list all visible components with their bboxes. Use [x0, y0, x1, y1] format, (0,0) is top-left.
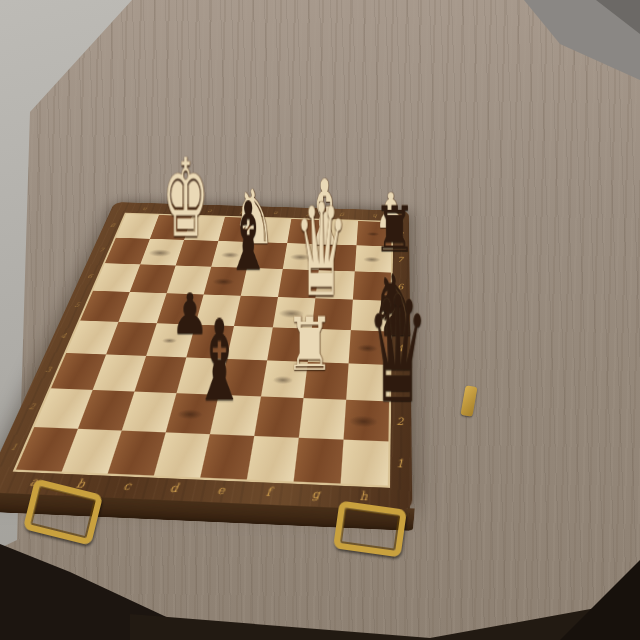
photo-stage: aabbccddeeffgghh1122334455667788♟♚♞♝♜♝♛♟…	[0, 0, 640, 640]
chess-board: aabbccddeeffgghh1122334455667788♟♚♞♝♜♝♛♟…	[58, 150, 410, 502]
square-g1	[294, 438, 344, 484]
square-h1	[341, 440, 389, 486]
square-e1	[200, 434, 254, 479]
board-frame: aabbccddeeffgghh1122334455667788♟♚♞♝♜♝♛♟…	[0, 202, 412, 511]
square-f1	[247, 436, 299, 482]
brass-latch-right	[333, 501, 407, 558]
